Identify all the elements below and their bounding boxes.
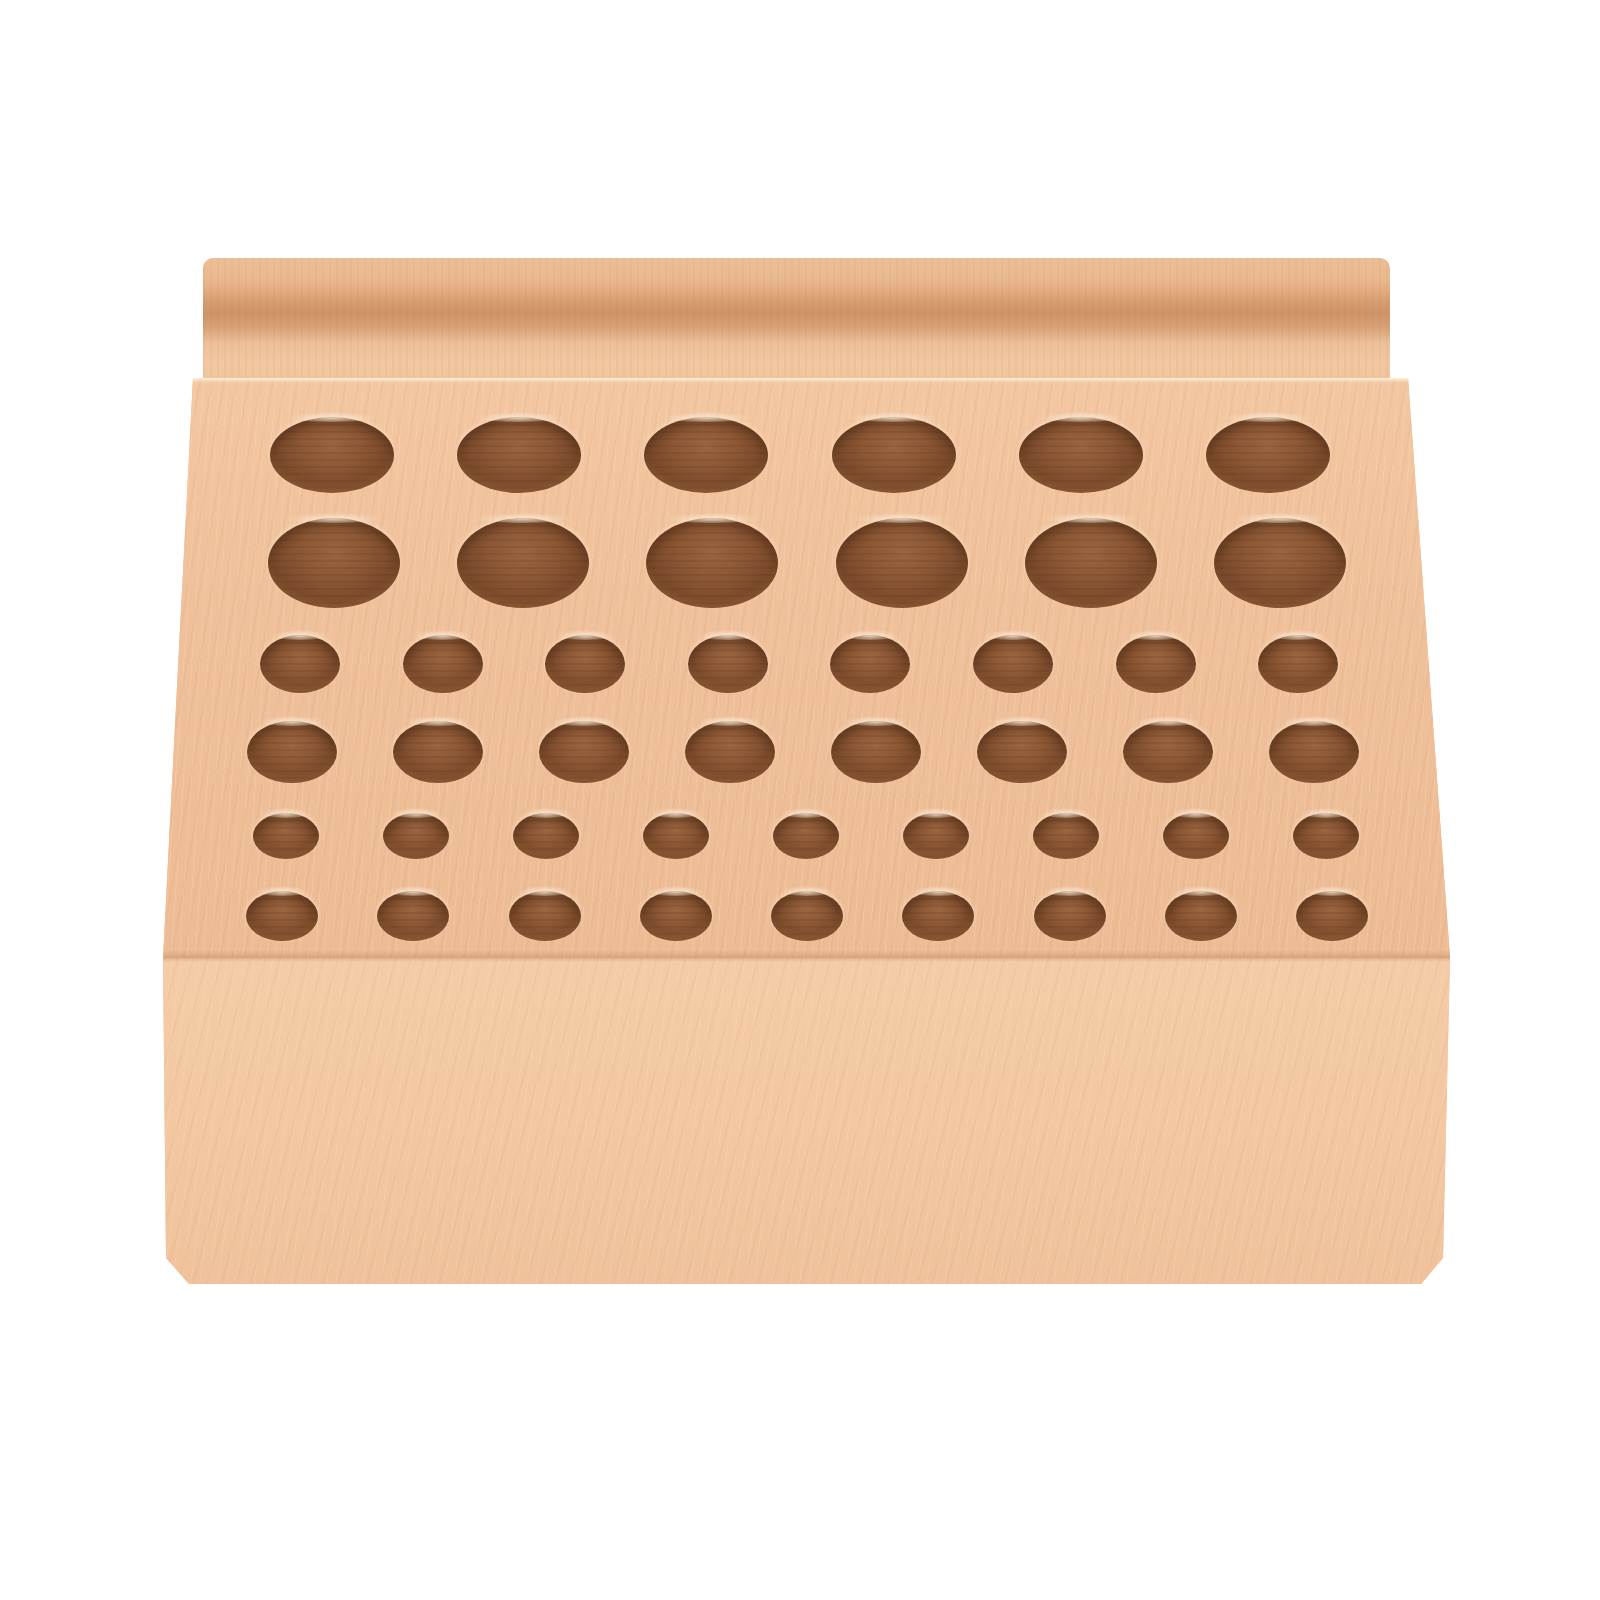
tool-hole-row-6-col-5 — [771, 891, 843, 941]
tool-hole-row-1-col-2 — [457, 417, 581, 493]
tool-hole-row-6-col-4 — [640, 891, 712, 941]
tool-hole-row-3-col-2 — [403, 635, 483, 693]
tool-hole-row-2-col-4 — [836, 518, 968, 608]
tool-hole-row-6-col-2 — [377, 891, 449, 941]
tool-hole-row-3-col-7 — [1116, 635, 1196, 693]
tool-hole-row-6-col-3 — [509, 891, 581, 941]
tool-hole-row-1-col-4 — [832, 417, 956, 493]
tool-hole-row-3-col-6 — [973, 635, 1053, 693]
tool-hole-row-5-col-4 — [643, 813, 709, 859]
tool-hole-row-2-col-1 — [268, 518, 400, 608]
tool-hole-row-4-col-4 — [685, 721, 775, 783]
tool-hole-row-5-col-2 — [383, 813, 449, 859]
tool-hole-row-4-col-8 — [1269, 721, 1359, 783]
tool-hole-row-1-col-6 — [1206, 417, 1330, 493]
tool-hole-row-5-col-8 — [1163, 813, 1229, 859]
wood-block-front-face — [163, 958, 1450, 1284]
tool-hole-row-1-col-1 — [270, 417, 394, 493]
tool-hole-row-6-col-7 — [1034, 891, 1106, 941]
wood-block-sloped-face — [163, 378, 1450, 958]
tool-hole-row-2-col-5 — [1025, 518, 1157, 608]
tool-hole-row-2-col-2 — [457, 518, 589, 608]
tool-hole-row-1-col-5 — [1019, 417, 1143, 493]
tool-hole-row-6-col-1 — [246, 891, 318, 941]
tool-hole-row-6-col-9 — [1296, 891, 1368, 941]
tool-hole-row-4-col-3 — [539, 721, 629, 783]
tool-hole-row-4-col-6 — [977, 721, 1067, 783]
tool-hole-row-5-col-3 — [513, 813, 579, 859]
tool-hole-row-5-col-5 — [773, 813, 839, 859]
wood-block-back-rail — [203, 258, 1390, 380]
tool-hole-row-3-col-1 — [260, 635, 340, 693]
tool-hole-row-5-col-7 — [1033, 813, 1099, 859]
tool-hole-row-3-col-4 — [688, 635, 768, 693]
face-top-highlight — [163, 378, 1450, 383]
tool-hole-row-5-col-6 — [903, 813, 969, 859]
tool-hole-row-5-col-1 — [253, 813, 319, 859]
face-front-junction-line — [163, 958, 1450, 962]
tool-hole-row-4-col-1 — [247, 721, 337, 783]
tool-hole-row-6-col-8 — [1165, 891, 1237, 941]
tool-hole-row-3-col-3 — [545, 635, 625, 693]
tool-hole-row-2-col-6 — [1214, 518, 1346, 608]
tool-hole-row-6-col-6 — [902, 891, 974, 941]
tool-hole-row-4-col-2 — [393, 721, 483, 783]
tool-hole-row-1-col-3 — [644, 417, 768, 493]
tool-hole-row-4-col-5 — [831, 721, 921, 783]
tool-hole-row-3-col-5 — [830, 635, 910, 693]
tool-hole-row-3-col-8 — [1258, 635, 1338, 693]
tool-hole-row-2-col-3 — [646, 518, 778, 608]
product-photo-stage — [0, 0, 1600, 1600]
tool-hole-row-5-col-9 — [1293, 813, 1359, 859]
tool-hole-row-4-col-7 — [1123, 721, 1213, 783]
face-bottom-shadow — [163, 950, 1450, 958]
